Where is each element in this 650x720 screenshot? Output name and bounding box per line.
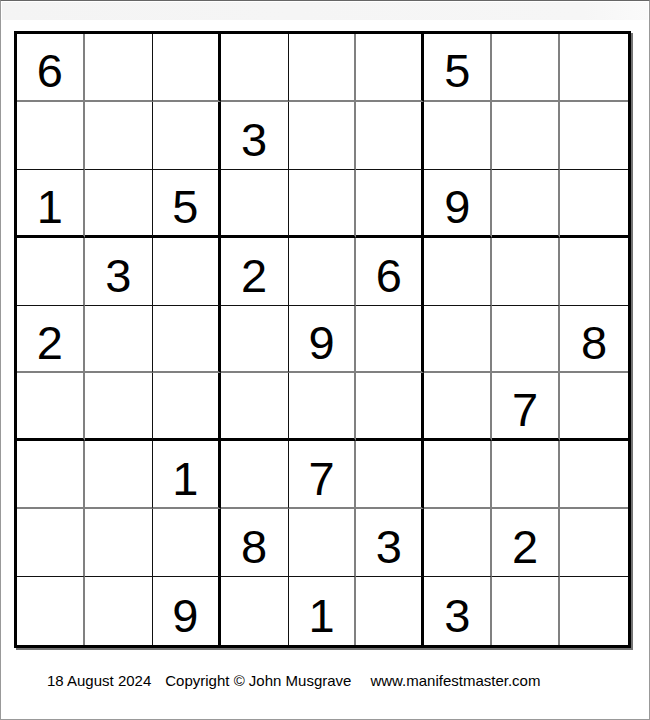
cell-r6c7[interactable] bbox=[424, 373, 492, 441]
cell-r5c5[interactable]: 9 bbox=[289, 306, 357, 374]
cell-r5c3[interactable] bbox=[153, 306, 221, 374]
cell-r7c5[interactable]: 7 bbox=[289, 441, 357, 509]
given-digit: 7 bbox=[308, 455, 334, 502]
cell-r7c2[interactable] bbox=[85, 441, 153, 509]
given-digit: 8 bbox=[241, 523, 267, 570]
cell-r4c9[interactable] bbox=[560, 238, 628, 306]
given-digit: 1 bbox=[308, 592, 334, 639]
cell-r9c5[interactable]: 1 bbox=[289, 577, 357, 645]
cell-r7c1[interactable] bbox=[17, 441, 85, 509]
cell-r7c3[interactable]: 1 bbox=[153, 441, 221, 509]
cell-r4c8[interactable] bbox=[492, 238, 560, 306]
cell-r4c1[interactable] bbox=[17, 238, 85, 306]
cell-r8c7[interactable] bbox=[424, 509, 492, 577]
cell-r2c9[interactable] bbox=[560, 102, 628, 170]
cell-r3c6[interactable] bbox=[356, 170, 424, 238]
cell-r1c7[interactable]: 5 bbox=[424, 34, 492, 102]
cell-r8c4[interactable]: 8 bbox=[221, 509, 289, 577]
cell-r3c5[interactable] bbox=[289, 170, 357, 238]
cell-r9c4[interactable] bbox=[221, 577, 289, 645]
cell-r4c6[interactable]: 6 bbox=[356, 238, 424, 306]
cell-r2c8[interactable] bbox=[492, 102, 560, 170]
footer: 18 August 2024Copyright © John Musgravew… bbox=[47, 672, 540, 689]
given-digit: 3 bbox=[105, 252, 131, 299]
cell-r5c4[interactable] bbox=[221, 306, 289, 374]
cell-r3c9[interactable] bbox=[560, 170, 628, 238]
given-digit: 1 bbox=[172, 455, 198, 502]
given-digit: 5 bbox=[172, 183, 198, 230]
given-digit: 9 bbox=[308, 319, 334, 366]
cell-r5c9[interactable]: 8 bbox=[560, 306, 628, 374]
cell-r2c7[interactable] bbox=[424, 102, 492, 170]
cell-r2c1[interactable] bbox=[17, 102, 85, 170]
cell-r8c1[interactable] bbox=[17, 509, 85, 577]
cell-r7c6[interactable] bbox=[356, 441, 424, 509]
cell-r5c2[interactable] bbox=[85, 306, 153, 374]
footer-website: www.manifestmaster.com bbox=[370, 672, 540, 689]
given-digit: 2 bbox=[512, 523, 538, 570]
cell-r6c8[interactable]: 7 bbox=[492, 373, 560, 441]
given-digit: 2 bbox=[241, 252, 267, 299]
cell-r3c1[interactable]: 1 bbox=[17, 170, 85, 238]
cell-r4c3[interactable] bbox=[153, 238, 221, 306]
given-digit: 6 bbox=[37, 47, 63, 94]
cell-r7c4[interactable] bbox=[221, 441, 289, 509]
cell-r9c7[interactable]: 3 bbox=[424, 577, 492, 645]
given-digit: 3 bbox=[444, 592, 470, 639]
given-digit: 9 bbox=[444, 183, 470, 230]
cell-r9c3[interactable]: 9 bbox=[153, 577, 221, 645]
cell-r6c9[interactable] bbox=[560, 373, 628, 441]
cell-r1c1[interactable]: 6 bbox=[17, 34, 85, 102]
given-digit: 1 bbox=[37, 183, 63, 230]
cell-r2c5[interactable] bbox=[289, 102, 357, 170]
cell-r4c4[interactable]: 2 bbox=[221, 238, 289, 306]
cell-r1c5[interactable] bbox=[289, 34, 357, 102]
cell-r8c3[interactable] bbox=[153, 509, 221, 577]
given-digit: 2 bbox=[37, 319, 63, 366]
cell-r6c1[interactable] bbox=[17, 373, 85, 441]
cell-r1c4[interactable] bbox=[221, 34, 289, 102]
cell-r3c2[interactable] bbox=[85, 170, 153, 238]
cell-r4c5[interactable] bbox=[289, 238, 357, 306]
given-digit: 8 bbox=[581, 319, 607, 366]
cell-r4c2[interactable]: 3 bbox=[85, 238, 153, 306]
top-bar bbox=[2, 2, 648, 20]
cell-r7c9[interactable] bbox=[560, 441, 628, 509]
cell-r5c7[interactable] bbox=[424, 306, 492, 374]
cell-r3c7[interactable]: 9 bbox=[424, 170, 492, 238]
cell-r9c2[interactable] bbox=[85, 577, 153, 645]
cell-r5c6[interactable] bbox=[356, 306, 424, 374]
cell-r8c5[interactable] bbox=[289, 509, 357, 577]
given-digit: 3 bbox=[241, 116, 267, 163]
footer-copyright: Copyright © John Musgrave bbox=[165, 672, 351, 689]
puzzle-page: 653159326298717832913 18 August 2024Copy… bbox=[0, 0, 650, 720]
cell-r9c8[interactable] bbox=[492, 577, 560, 645]
cell-r1c6[interactable] bbox=[356, 34, 424, 102]
cell-r3c4[interactable] bbox=[221, 170, 289, 238]
given-digit: 7 bbox=[512, 386, 538, 433]
cell-r7c8[interactable] bbox=[492, 441, 560, 509]
cell-r4c7[interactable] bbox=[424, 238, 492, 306]
cell-r2c4[interactable]: 3 bbox=[221, 102, 289, 170]
cell-r8c6[interactable]: 3 bbox=[356, 509, 424, 577]
cell-r2c3[interactable] bbox=[153, 102, 221, 170]
given-digit: 3 bbox=[376, 523, 402, 570]
cell-r3c3[interactable]: 5 bbox=[153, 170, 221, 238]
cell-r5c8[interactable] bbox=[492, 306, 560, 374]
given-digit: 6 bbox=[376, 252, 402, 299]
cell-r1c9[interactable] bbox=[560, 34, 628, 102]
footer-date: 18 August 2024 bbox=[47, 672, 151, 689]
cell-r2c2[interactable] bbox=[85, 102, 153, 170]
cell-r6c5[interactable] bbox=[289, 373, 357, 441]
cell-r9c1[interactable] bbox=[17, 577, 85, 645]
cell-r3c8[interactable] bbox=[492, 170, 560, 238]
cell-r6c4[interactable] bbox=[221, 373, 289, 441]
cell-r1c2[interactable] bbox=[85, 34, 153, 102]
cell-r5c1[interactable]: 2 bbox=[17, 306, 85, 374]
cell-r8c2[interactable] bbox=[85, 509, 153, 577]
cell-r6c2[interactable] bbox=[85, 373, 153, 441]
cell-r8c8[interactable]: 2 bbox=[492, 509, 560, 577]
cell-r2c6[interactable] bbox=[356, 102, 424, 170]
cell-r9c6[interactable] bbox=[356, 577, 424, 645]
cell-r7c7[interactable] bbox=[424, 441, 492, 509]
cell-r6c6[interactable] bbox=[356, 373, 424, 441]
given-digit: 5 bbox=[444, 47, 470, 94]
cell-r8c9[interactable] bbox=[560, 509, 628, 577]
cell-r9c9[interactable] bbox=[560, 577, 628, 645]
cell-r6c3[interactable] bbox=[153, 373, 221, 441]
cell-r1c8[interactable] bbox=[492, 34, 560, 102]
given-digit: 9 bbox=[172, 592, 198, 639]
cell-r1c3[interactable] bbox=[153, 34, 221, 102]
sudoku-grid: 653159326298717832913 bbox=[14, 31, 631, 648]
